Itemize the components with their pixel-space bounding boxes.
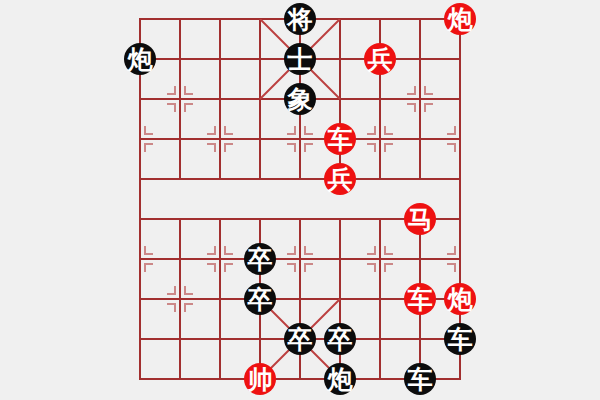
piece-black-soldier[interactable]: 卒	[324, 323, 356, 355]
grid-line	[219, 18, 222, 181]
position-marker	[367, 263, 376, 272]
grid-line	[179, 18, 182, 181]
piece-red-chariot[interactable]: 车	[324, 123, 356, 155]
piece-black-general[interactable]: 将	[284, 3, 316, 35]
position-marker	[384, 126, 393, 135]
piece-black-chariot[interactable]: 车	[404, 363, 436, 395]
piece-red-general[interactable]: 帅	[244, 363, 276, 395]
position-marker	[167, 86, 176, 95]
position-marker	[384, 143, 393, 152]
position-marker	[224, 143, 233, 152]
position-marker	[424, 103, 433, 112]
piece-black-soldier[interactable]: 卒	[284, 323, 316, 355]
position-marker	[184, 303, 193, 312]
position-marker	[407, 103, 416, 112]
position-marker	[207, 246, 216, 255]
grid-line	[219, 218, 222, 381]
position-marker	[287, 263, 296, 272]
position-marker	[184, 286, 193, 295]
piece-red-horse[interactable]: 马	[404, 203, 436, 235]
position-marker	[287, 246, 296, 255]
piece-black-soldier[interactable]: 卒	[244, 243, 276, 275]
position-marker	[367, 126, 376, 135]
position-marker	[447, 126, 456, 135]
piece-black-cannon[interactable]: 炮	[124, 43, 156, 75]
position-marker	[367, 143, 376, 152]
position-marker	[367, 246, 376, 255]
grid-line	[379, 218, 382, 381]
position-marker	[144, 143, 153, 152]
position-marker	[167, 303, 176, 312]
position-marker	[207, 126, 216, 135]
piece-red-cannon[interactable]: 炮	[444, 3, 476, 35]
position-marker	[447, 246, 456, 255]
grid-line	[339, 18, 342, 181]
position-marker	[224, 126, 233, 135]
position-marker	[304, 126, 313, 135]
position-marker	[184, 103, 193, 112]
position-marker	[287, 126, 296, 135]
piece-black-soldier[interactable]: 卒	[244, 283, 276, 315]
position-marker	[184, 86, 193, 95]
position-marker	[167, 103, 176, 112]
board-area: 将士象炮炮车车卒卒卒卒帅车车炮炮马兵兵	[0, 0, 600, 400]
position-marker	[287, 143, 296, 152]
xiangqi-board: 将士象炮炮车车卒卒卒卒帅车车炮炮马兵兵	[140, 19, 460, 379]
piece-black-elephant[interactable]: 象	[284, 83, 316, 115]
position-marker	[447, 263, 456, 272]
piece-red-soldier[interactable]: 兵	[324, 163, 356, 195]
position-marker	[224, 263, 233, 272]
piece-red-chariot[interactable]: 车	[404, 283, 436, 315]
grid-line	[299, 218, 302, 381]
grid-line	[259, 18, 262, 181]
piece-black-cannon[interactable]: 炮	[324, 363, 356, 395]
position-marker	[224, 246, 233, 255]
grid-line	[179, 218, 182, 381]
position-marker	[207, 143, 216, 152]
grid-line	[339, 218, 342, 381]
position-marker	[407, 86, 416, 95]
piece-red-cannon[interactable]: 炮	[444, 283, 476, 315]
piece-black-chariot[interactable]: 车	[444, 323, 476, 355]
piece-black-advisor[interactable]: 士	[284, 43, 316, 75]
piece-red-soldier[interactable]: 兵	[364, 43, 396, 75]
position-marker	[144, 246, 153, 255]
position-marker	[384, 246, 393, 255]
position-marker	[304, 143, 313, 152]
position-marker	[207, 263, 216, 272]
position-marker	[304, 263, 313, 272]
position-marker	[167, 286, 176, 295]
position-marker	[144, 126, 153, 135]
position-marker	[447, 143, 456, 152]
position-marker	[424, 86, 433, 95]
position-marker	[384, 263, 393, 272]
position-marker	[144, 263, 153, 272]
grid-line	[419, 18, 422, 181]
position-marker	[304, 246, 313, 255]
